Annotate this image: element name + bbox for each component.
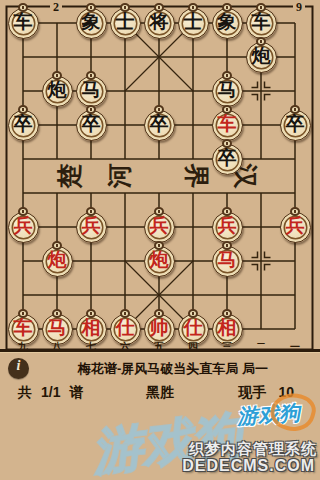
piece-black-advisor[interactable]: 士 [178, 8, 209, 39]
piece-glyph: 卒 [281, 111, 310, 140]
piece-glyph: 兵 [213, 213, 242, 242]
xiangqi-app-screen: 2 9 楚 河 界 汉 九八七六五四三二一 车象士将士象车炮炮马马卒卒卒车卒卒兵… [0, 0, 320, 480]
move-counter-value: 10 [278, 384, 294, 400]
piece-red-horse[interactable]: 马 [212, 246, 243, 277]
piece-black-general[interactable]: 将 [144, 8, 175, 39]
piece-black-elephant[interactable]: 象 [212, 8, 243, 39]
piece-glyph: 炮 [43, 77, 72, 106]
piece-glyph: 兵 [77, 213, 106, 242]
piece-red-chariot[interactable]: 车 [212, 110, 243, 141]
piece-red-soldier[interactable]: 兵 [280, 212, 311, 243]
piece-black-horse[interactable]: 马 [76, 76, 107, 107]
piece-black-soldier[interactable]: 卒 [8, 110, 39, 141]
piece-black-cannon[interactable]: 炮 [42, 76, 73, 107]
piece-glyph: 马 [213, 247, 242, 276]
piece-black-advisor[interactable]: 士 [110, 8, 141, 39]
piece-red-soldier[interactable]: 兵 [76, 212, 107, 243]
piece-black-soldier[interactable]: 卒 [76, 110, 107, 141]
move-counter-label: 现手 [238, 384, 266, 400]
piece-black-elephant[interactable]: 象 [76, 8, 107, 39]
piece-glyph: 炮 [247, 43, 276, 72]
info-icon[interactable]: i [8, 358, 29, 379]
piece-glyph: 炮 [43, 247, 72, 276]
piece-glyph: 象 [213, 9, 242, 38]
piece-black-soldier[interactable]: 卒 [144, 110, 175, 141]
stats-row: 共1/1谱 黑胜 现手10 [0, 384, 320, 400]
piece-glyph: 车 [213, 111, 242, 140]
piece-glyph: 卒 [77, 111, 106, 140]
piece-glyph: 卒 [9, 111, 38, 140]
piece-black-horse[interactable]: 马 [212, 76, 243, 107]
piece-black-cannon[interactable]: 炮 [246, 42, 277, 73]
xiangqi-board[interactable]: 车象士将士象车炮炮马马卒卒卒车卒卒兵兵兵兵兵炮炮马车马相仕帅仕相 [6, 6, 312, 346]
opening-title: 梅花谱-屏风马破当头直车局 局一 [30, 360, 316, 378]
piece-glyph: 士 [179, 9, 208, 38]
piece-glyph: 车 [9, 9, 38, 38]
piece-glyph: 将 [145, 9, 174, 38]
piece-glyph: 卒 [145, 111, 174, 140]
piece-glyph: 兵 [145, 213, 174, 242]
piece-glyph: 兵 [281, 213, 310, 242]
piece-red-cannon[interactable]: 炮 [144, 246, 175, 277]
piece-black-soldier[interactable]: 卒 [212, 144, 243, 175]
piece-glyph: 兵 [9, 213, 38, 242]
piece-glyph: 马 [213, 77, 242, 106]
piece-glyph: 炮 [145, 247, 174, 276]
piece-black-soldier[interactable]: 卒 [280, 110, 311, 141]
move-counter: 现手10 [226, 384, 294, 402]
info-panel: i 梅花谱-屏风马破当头直车局 局一 共1/1谱 黑胜 现手10 打开棋谱 复原… [0, 353, 320, 480]
piece-glyph: 象 [77, 9, 106, 38]
piece-glyph: 卒 [213, 145, 242, 174]
piece-red-cannon[interactable]: 炮 [42, 246, 73, 277]
piece-black-chariot[interactable]: 车 [246, 8, 277, 39]
piece-glyph: 车 [247, 9, 276, 38]
piece-glyph: 马 [77, 77, 106, 106]
piece-red-soldier[interactable]: 兵 [144, 212, 175, 243]
piece-red-soldier[interactable]: 兵 [212, 212, 243, 243]
board-panel-divider [0, 349, 320, 352]
piece-red-soldier[interactable]: 兵 [8, 212, 39, 243]
piece-black-chariot[interactable]: 车 [8, 8, 39, 39]
piece-glyph: 士 [111, 9, 140, 38]
